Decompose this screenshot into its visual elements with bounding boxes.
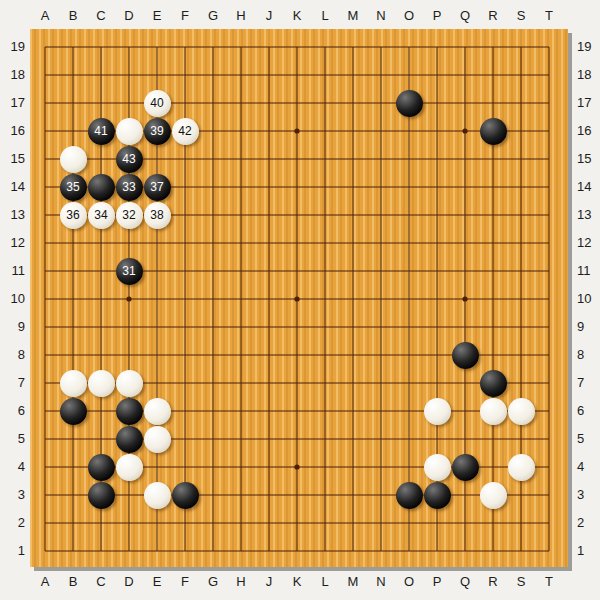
black-stone-R7 — [480, 370, 507, 397]
black-stone-E16-move-39: 39 — [144, 118, 171, 145]
white-stone-C7 — [88, 370, 115, 397]
row-label-right-18: 18 — [577, 65, 599, 85]
column-label-bottom-O: O — [397, 572, 421, 592]
row-label-right-4: 4 — [577, 457, 599, 477]
column-label-bottom-C: C — [89, 572, 113, 592]
black-stone-B14-move-35: 35 — [60, 174, 87, 201]
black-stone-O17 — [396, 90, 423, 117]
column-label-bottom-G: G — [201, 572, 225, 592]
row-label-right-8: 8 — [577, 345, 599, 365]
column-label-top-P: P — [425, 6, 449, 26]
row-label-left-16: 16 — [0, 121, 25, 141]
black-stone-C4 — [88, 454, 115, 481]
star-point — [126, 296, 131, 301]
column-label-bottom-K: K — [285, 572, 309, 592]
row-label-left-3: 3 — [0, 485, 25, 505]
row-label-right-11: 11 — [577, 261, 599, 281]
column-label-bottom-P: P — [425, 572, 449, 592]
row-label-left-4: 4 — [0, 457, 25, 477]
row-label-left-13: 13 — [0, 205, 25, 225]
white-stone-B15 — [60, 146, 87, 173]
row-label-right-6: 6 — [577, 401, 599, 421]
black-stone-D14-move-33: 33 — [116, 174, 143, 201]
column-label-top-B: B — [61, 6, 85, 26]
column-label-top-E: E — [145, 6, 169, 26]
black-stone-D6 — [116, 398, 143, 425]
column-label-bottom-N: N — [369, 572, 393, 592]
row-label-left-11: 11 — [0, 261, 25, 281]
row-label-left-7: 7 — [0, 373, 25, 393]
column-label-top-K: K — [285, 6, 309, 26]
white-stone-D4 — [116, 454, 143, 481]
black-stone-C14 — [88, 174, 115, 201]
black-stone-F3 — [172, 482, 199, 509]
column-label-bottom-M: M — [341, 572, 365, 592]
row-label-right-5: 5 — [577, 429, 599, 449]
column-label-top-G: G — [201, 6, 225, 26]
column-label-top-D: D — [117, 6, 141, 26]
row-label-right-17: 17 — [577, 93, 599, 113]
white-stone-D13-move-32: 32 — [116, 202, 143, 229]
white-stone-E5 — [144, 426, 171, 453]
column-label-bottom-B: B — [61, 572, 85, 592]
white-stone-P4 — [424, 454, 451, 481]
move-number: 31 — [122, 264, 135, 278]
move-number: 34 — [94, 208, 107, 222]
star-point — [294, 128, 299, 133]
row-label-right-19: 19 — [577, 37, 599, 57]
star-point — [462, 296, 467, 301]
row-label-right-7: 7 — [577, 373, 599, 393]
move-number: 41 — [94, 124, 107, 138]
row-label-right-2: 2 — [577, 513, 599, 533]
go-board[interactable]: 40413942433533373634323831 — [30, 29, 568, 567]
white-stone-B13-move-36: 36 — [60, 202, 87, 229]
column-label-top-L: L — [313, 6, 337, 26]
black-stone-C3 — [88, 482, 115, 509]
column-label-top-F: F — [173, 6, 197, 26]
move-number: 36 — [66, 208, 79, 222]
white-stone-R3 — [480, 482, 507, 509]
white-stone-S6 — [508, 398, 535, 425]
row-label-left-12: 12 — [0, 233, 25, 253]
black-stone-R16 — [480, 118, 507, 145]
row-label-right-9: 9 — [577, 317, 599, 337]
white-stone-D7 — [116, 370, 143, 397]
black-stone-E14-move-37: 37 — [144, 174, 171, 201]
black-stone-B6 — [60, 398, 87, 425]
column-label-top-J: J — [257, 6, 281, 26]
row-label-left-9: 9 — [0, 317, 25, 337]
black-stone-D15-move-43: 43 — [116, 146, 143, 173]
column-label-bottom-J: J — [257, 572, 281, 592]
black-stone-P3 — [424, 482, 451, 509]
white-stone-S4 — [508, 454, 535, 481]
black-stone-D5 — [116, 426, 143, 453]
column-label-bottom-D: D — [117, 572, 141, 592]
column-label-bottom-S: S — [509, 572, 533, 592]
column-label-top-A: A — [33, 6, 57, 26]
star-point — [294, 296, 299, 301]
move-number: 42 — [178, 124, 191, 138]
black-stone-O3 — [396, 482, 423, 509]
column-label-bottom-R: R — [481, 572, 505, 592]
row-label-right-13: 13 — [577, 205, 599, 225]
star-point — [462, 128, 467, 133]
white-stone-E3 — [144, 482, 171, 509]
black-stone-Q8 — [452, 342, 479, 369]
row-label-left-5: 5 — [0, 429, 25, 449]
move-number: 39 — [150, 124, 163, 138]
row-label-right-3: 3 — [577, 485, 599, 505]
row-label-left-19: 19 — [0, 37, 25, 57]
white-stone-R6 — [480, 398, 507, 425]
white-stone-E17-move-40: 40 — [144, 90, 171, 117]
row-label-left-6: 6 — [0, 401, 25, 421]
white-stone-E13-move-38: 38 — [144, 202, 171, 229]
column-label-top-C: C — [89, 6, 113, 26]
column-label-top-N: N — [369, 6, 393, 26]
column-label-bottom-Q: Q — [453, 572, 477, 592]
row-label-right-10: 10 — [577, 289, 599, 309]
move-number: 37 — [150, 180, 163, 194]
move-number: 32 — [122, 208, 135, 222]
row-label-left-18: 18 — [0, 65, 25, 85]
move-number: 38 — [150, 208, 163, 222]
row-label-right-12: 12 — [577, 233, 599, 253]
move-number: 40 — [150, 96, 163, 110]
white-stone-C13-move-34: 34 — [88, 202, 115, 229]
column-label-bottom-H: H — [229, 572, 253, 592]
row-label-left-2: 2 — [0, 513, 25, 533]
column-label-bottom-E: E — [145, 572, 169, 592]
row-label-right-14: 14 — [577, 177, 599, 197]
white-stone-P6 — [424, 398, 451, 425]
column-label-bottom-F: F — [173, 572, 197, 592]
white-stone-F16-move-42: 42 — [172, 118, 199, 145]
row-label-left-14: 14 — [0, 177, 25, 197]
move-number: 33 — [122, 180, 135, 194]
row-label-left-17: 17 — [0, 93, 25, 113]
column-label-top-R: R — [481, 6, 505, 26]
white-stone-D16 — [116, 118, 143, 145]
column-label-bottom-A: A — [33, 572, 57, 592]
row-label-right-15: 15 — [577, 149, 599, 169]
move-number: 43 — [122, 152, 135, 166]
black-stone-C16-move-41: 41 — [88, 118, 115, 145]
column-label-bottom-L: L — [313, 572, 337, 592]
column-label-top-O: O — [397, 6, 421, 26]
column-label-bottom-T: T — [537, 572, 561, 592]
move-number: 35 — [66, 180, 79, 194]
column-label-top-H: H — [229, 6, 253, 26]
go-diagram: 40413942433533373634323831 AABBCCDDEEFFG… — [0, 0, 600, 600]
column-label-top-M: M — [341, 6, 365, 26]
row-label-left-15: 15 — [0, 149, 25, 169]
row-label-left-1: 1 — [0, 541, 25, 561]
black-stone-Q4 — [452, 454, 479, 481]
star-point — [294, 464, 299, 469]
row-label-right-1: 1 — [577, 541, 599, 561]
white-stone-E6 — [144, 398, 171, 425]
row-label-left-8: 8 — [0, 345, 25, 365]
column-label-top-Q: Q — [453, 6, 477, 26]
black-stone-D11-move-31: 31 — [116, 258, 143, 285]
row-label-right-16: 16 — [577, 121, 599, 141]
column-label-top-S: S — [509, 6, 533, 26]
row-label-left-10: 10 — [0, 289, 25, 309]
white-stone-B7 — [60, 370, 87, 397]
column-label-top-T: T — [537, 6, 561, 26]
